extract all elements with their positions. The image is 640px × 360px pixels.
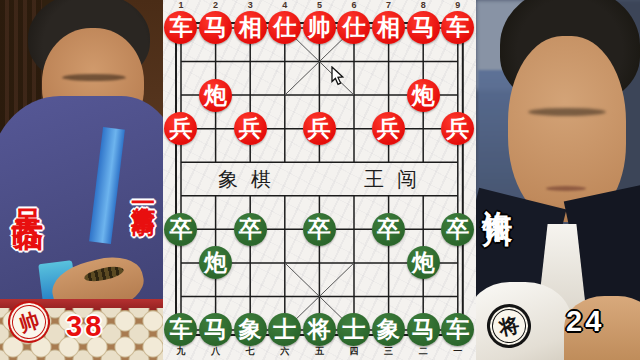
board-point-r10c8[interactable]: 马 <box>406 313 441 347</box>
bottom-col-label-6: 四 <box>344 347 364 356</box>
red-piece-车[interactable]: 车 <box>164 11 197 44</box>
board-point-r7c8[interactable] <box>406 212 441 246</box>
board-point-r6c5[interactable] <box>302 179 337 213</box>
board-point-r1c7[interactable]: 相 <box>371 11 406 45</box>
board-point-r5c2[interactable] <box>198 145 233 179</box>
red-piece-兵[interactable]: 兵 <box>303 112 336 145</box>
board-point-r8c3[interactable] <box>233 246 268 280</box>
top-col-label-1: 1 <box>171 1 191 10</box>
left-player-score: 38 <box>66 312 104 341</box>
board-point-r9c2[interactable] <box>198 280 233 314</box>
board-point-r2c9[interactable] <box>440 45 475 79</box>
board-point-r10c1[interactable]: 车 <box>164 313 199 347</box>
right-player-name: 许银川 <box>482 186 512 195</box>
red-piece-马[interactable]: 马 <box>199 11 232 44</box>
board-point-r8c9[interactable] <box>440 246 475 280</box>
board-point-r7c6[interactable] <box>337 212 372 246</box>
board-point-r1c9[interactable]: 车 <box>440 11 475 45</box>
board-point-r2c1[interactable] <box>164 45 199 79</box>
board-point-r5c1[interactable] <box>164 145 199 179</box>
board-point-r2c8[interactable] <box>406 45 441 79</box>
board-point-r6c2[interactable] <box>198 179 233 213</box>
red-piece-兵[interactable]: 兵 <box>234 112 267 145</box>
top-col-label-8: 8 <box>413 1 433 10</box>
board-point-r1c2[interactable]: 马 <box>198 11 233 45</box>
board-point-r8c1[interactable] <box>164 246 199 280</box>
board-point-r5c6[interactable] <box>337 145 372 179</box>
top-col-label-9: 9 <box>448 1 468 10</box>
bottom-col-label-7: 三 <box>379 347 399 356</box>
xiangqi-board: 123456789 九八七六五四三二一 象棋 王闯 车马相仕帅仕相马车炮炮兵兵兵… <box>163 0 476 360</box>
green-piece-象[interactable]: 象 <box>372 313 405 346</box>
board-point-r1c1[interactable]: 车 <box>164 11 199 45</box>
board-point-r7c9[interactable]: 卒 <box>440 212 475 246</box>
board-point-r9c3[interactable] <box>233 280 268 314</box>
board-point-r10c5[interactable]: 将 <box>302 313 337 347</box>
red-piece-炮[interactable]: 炮 <box>407 79 440 112</box>
board-point-r3c8[interactable]: 炮 <box>406 78 441 112</box>
board-point-r10c2[interactable]: 马 <box>198 313 233 347</box>
board-point-r1c6[interactable]: 仕 <box>337 11 372 45</box>
green-piece-象[interactable]: 象 <box>234 313 267 346</box>
green-piece-士[interactable]: 士 <box>337 313 370 346</box>
board-point-r9c7[interactable] <box>371 280 406 314</box>
board-point-r1c3[interactable]: 相 <box>233 11 268 45</box>
board-point-r8c6[interactable] <box>337 246 372 280</box>
top-col-label-4: 4 <box>275 1 295 10</box>
left-player-brow <box>62 74 126 81</box>
board-point-r2c2[interactable] <box>198 45 233 79</box>
green-piece-马[interactable]: 马 <box>407 313 440 346</box>
green-piece-车[interactable]: 车 <box>164 313 197 346</box>
board-point-r6c8[interactable] <box>406 179 441 213</box>
board-point-r7c2[interactable] <box>198 212 233 246</box>
red-piece-帅[interactable]: 帅 <box>303 11 336 44</box>
red-piece-兵[interactable]: 兵 <box>372 112 405 145</box>
green-piece-卒[interactable]: 卒 <box>164 213 197 246</box>
board-point-r9c5[interactable] <box>302 280 337 314</box>
mouse-cursor-icon <box>331 66 345 86</box>
board-point-r7c1[interactable]: 卒 <box>164 212 199 246</box>
bottom-col-label-1: 九 <box>171 347 191 356</box>
piece-grid: 车马相仕帅仕相马车炮炮兵兵兵兵兵卒卒卒卒卒炮炮车马象士将士象马车 <box>164 11 475 346</box>
board-point-r7c7[interactable]: 卒 <box>371 212 406 246</box>
red-piece-马[interactable]: 马 <box>407 11 440 44</box>
red-piece-仕[interactable]: 仕 <box>268 11 301 44</box>
board-point-r10c7[interactable]: 象 <box>371 313 406 347</box>
board-point-r8c7[interactable] <box>371 246 406 280</box>
board-point-r2c3[interactable] <box>233 45 268 79</box>
board-point-r4c4[interactable] <box>267 112 302 146</box>
green-piece-卒[interactable]: 卒 <box>441 213 474 246</box>
top-col-label-2: 2 <box>206 1 226 10</box>
board-point-r4c2[interactable] <box>198 112 233 146</box>
board-point-r4c8[interactable] <box>406 112 441 146</box>
red-piece-炮[interactable]: 炮 <box>199 79 232 112</box>
board-point-r7c5[interactable]: 卒 <box>302 212 337 246</box>
green-piece-车[interactable]: 车 <box>441 313 474 346</box>
board-point-r4c9[interactable]: 兵 <box>440 112 475 146</box>
board-point-r10c4[interactable]: 士 <box>267 313 302 347</box>
red-piece-车[interactable]: 车 <box>441 11 474 44</box>
board-point-r4c3[interactable]: 兵 <box>233 112 268 146</box>
board-point-r10c9[interactable]: 车 <box>440 313 475 347</box>
board-point-r1c8[interactable]: 马 <box>406 11 441 45</box>
board-point-r9c4[interactable] <box>267 280 302 314</box>
board-point-r5c7[interactable] <box>371 145 406 179</box>
board-point-r5c4[interactable] <box>267 145 302 179</box>
red-piece-相[interactable]: 相 <box>372 11 405 44</box>
left-player-caption: 台湾第一高手 <box>131 187 155 193</box>
board-point-r8c5[interactable] <box>302 246 337 280</box>
board-point-r1c5[interactable]: 帅 <box>302 11 337 45</box>
right-player-score: 24 <box>566 307 604 336</box>
bottom-col-label-5: 五 <box>309 347 329 356</box>
green-piece-卒[interactable]: 卒 <box>303 213 336 246</box>
board-point-r5c5[interactable] <box>302 145 337 179</box>
right-player-mouth <box>546 186 586 191</box>
board-point-r3c2[interactable]: 炮 <box>198 78 233 112</box>
board-point-r3c3[interactable] <box>233 78 268 112</box>
green-piece-马[interactable]: 马 <box>199 313 232 346</box>
board-point-r3c9[interactable] <box>440 78 475 112</box>
board-point-r6c1[interactable] <box>164 179 199 213</box>
green-piece-士[interactable]: 士 <box>268 313 301 346</box>
top-col-label-7: 7 <box>379 1 399 10</box>
board-point-r5c8[interactable] <box>406 145 441 179</box>
board-point-r6c7[interactable] <box>371 179 406 213</box>
red-piece-兵[interactable]: 兵 <box>441 112 474 145</box>
board-point-r3c1[interactable] <box>164 78 199 112</box>
board-point-r2c7[interactable] <box>371 45 406 79</box>
board-point-r10c3[interactable]: 象 <box>233 313 268 347</box>
top-col-label-6: 6 <box>344 1 364 10</box>
board-point-r7c3[interactable]: 卒 <box>233 212 268 246</box>
board-point-r1c4[interactable]: 仕 <box>267 11 302 45</box>
bottom-col-label-3: 七 <box>240 347 260 356</box>
bottom-col-label-4: 六 <box>275 347 295 356</box>
red-piece-相[interactable]: 相 <box>234 11 267 44</box>
board-point-r8c2[interactable]: 炮 <box>198 246 233 280</box>
board-point-r9c8[interactable] <box>406 280 441 314</box>
board-point-r8c8[interactable]: 炮 <box>406 246 441 280</box>
board-point-r6c9[interactable] <box>440 179 475 213</box>
board-point-r2c4[interactable] <box>267 45 302 79</box>
board-point-r6c3[interactable] <box>233 179 268 213</box>
bottom-col-label-9: 一 <box>448 347 468 356</box>
green-piece-将[interactable]: 将 <box>303 313 336 346</box>
board-point-r9c1[interactable] <box>164 280 199 314</box>
board-point-r4c5[interactable]: 兵 <box>302 112 337 146</box>
bottom-col-label-8: 二 <box>413 347 433 356</box>
board-point-r7c4[interactable] <box>267 212 302 246</box>
board-point-r9c9[interactable] <box>440 280 475 314</box>
red-piece-仕[interactable]: 仕 <box>337 11 370 44</box>
board-point-r5c9[interactable] <box>440 145 475 179</box>
board-point-r3c4[interactable] <box>267 78 302 112</box>
board-point-r4c7[interactable]: 兵 <box>371 112 406 146</box>
left-player-name: 吴贵临 <box>12 183 44 198</box>
green-piece-卒[interactable]: 卒 <box>372 213 405 246</box>
board-point-r3c7[interactable] <box>371 78 406 112</box>
top-col-label-3: 3 <box>240 1 260 10</box>
board-point-r4c6[interactable] <box>337 112 372 146</box>
board-point-r5c3[interactable] <box>233 145 268 179</box>
board-point-r8c4[interactable] <box>267 246 302 280</box>
board-point-r10c6[interactable]: 士 <box>337 313 372 347</box>
green-piece-炮[interactable]: 炮 <box>199 246 232 279</box>
video-frame: 123456789 九八七六五四三二一 象棋 王闯 车马相仕帅仕相马车炮炮兵兵兵… <box>0 0 640 360</box>
board-point-r6c6[interactable] <box>337 179 372 213</box>
green-piece-卒[interactable]: 卒 <box>234 213 267 246</box>
bottom-col-label-2: 八 <box>206 347 226 356</box>
board-point-r6c4[interactable] <box>267 179 302 213</box>
board-point-r4c1[interactable]: 兵 <box>164 112 199 146</box>
green-piece-炮[interactable]: 炮 <box>407 246 440 279</box>
red-piece-兵[interactable]: 兵 <box>164 112 197 145</box>
board-point-r9c6[interactable] <box>337 280 372 314</box>
top-col-label-5: 5 <box>309 1 329 10</box>
right-player-brow <box>528 108 606 116</box>
